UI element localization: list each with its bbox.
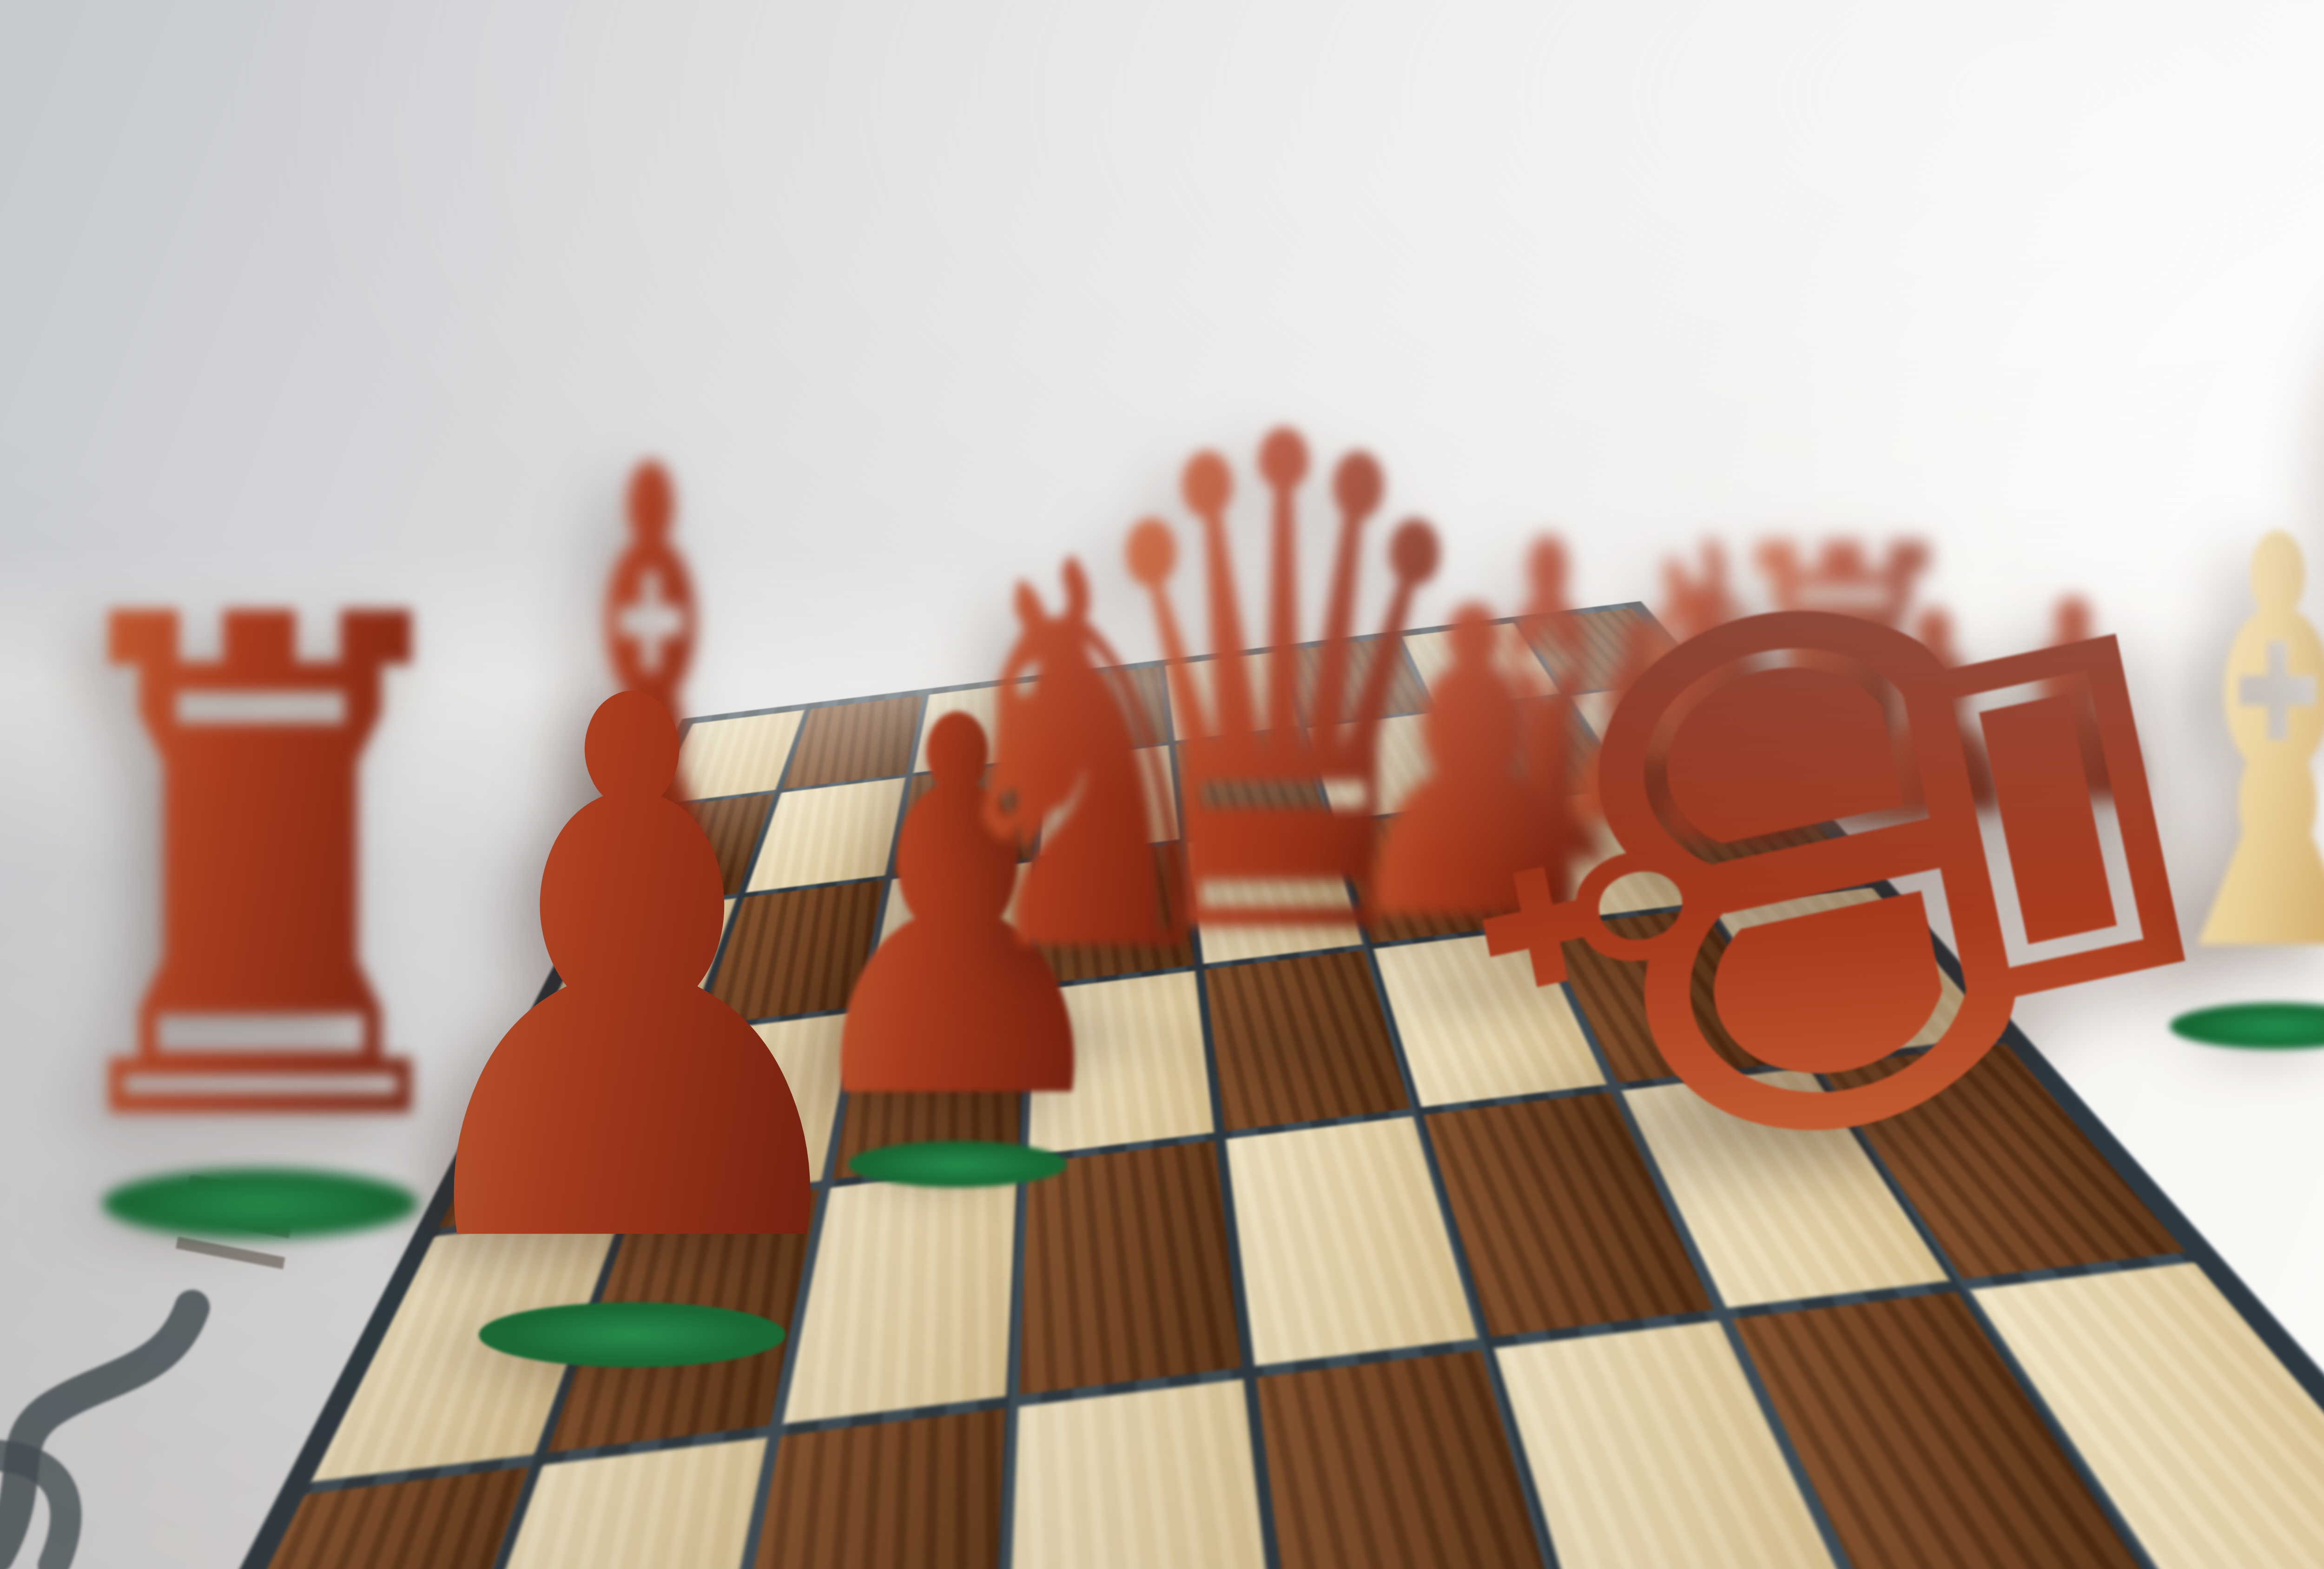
rook-glyph: ♜	[1706, 497, 1980, 878]
piece-red-bishop-far: ♝	[1325, 483, 1771, 930]
rook-glyph: ♜	[20, 530, 501, 1218]
pawn-glyph: ♟	[365, 604, 899, 1348]
piece-red-rook-near: ♜	[0, 530, 604, 1218]
piece-red-king-fallen: ♚	[1285, 313, 2324, 1416]
king-glyph: ♚	[2278, 0, 2324, 1097]
piece-red-knight-near: ♞	[816, 493, 1350, 1027]
piece-layer: ♜♝♟♟♞♛♟♝♟♞♜♟♟♚♝♚	[0, 0, 2324, 1569]
pawn-glyph: ♟	[1834, 576, 2033, 855]
piece-red-bishop-near: ♝	[367, 395, 934, 962]
knight-glyph: ♞	[925, 493, 1241, 1027]
piece-red-pawn-far-b: ♟	[1794, 576, 2073, 855]
piece-white-king: ♚	[1989, 0, 2324, 1097]
piece-red-queen: ♛	[941, 349, 1624, 1032]
bishop-glyph: ♝	[2125, 465, 2324, 1032]
pawn-glyph: ♟	[1324, 553, 1623, 981]
piece-red-rook-far: ♜	[1652, 497, 2033, 878]
piece-red-pawn-far-c: ♟	[1934, 565, 2212, 844]
pawn-glyph: ♟	[1973, 565, 2173, 844]
piece-red-pawn-mid: ♟	[1260, 553, 1687, 981]
queen-glyph: ♛	[1075, 349, 1491, 1032]
pawn-glyph: ♟	[782, 651, 1132, 1171]
piece-white-bishop: ♝	[1994, 465, 2324, 1032]
piece-red-pawn-second: ♟	[697, 651, 1218, 1171]
pawn-glyph: ♟	[1541, 586, 1741, 864]
piece-red-pawn-foreground: ♟	[260, 604, 1004, 1348]
piece-red-pawn-far-a: ♟	[1501, 586, 1780, 864]
photo-canvas: ♜♝♟♟♞♛♟♝♟♞♜♟♟♚♝♚	[0, 0, 2324, 1569]
king-glyph: ♚	[1312, 442, 2324, 1287]
bishop-glyph: ♝	[524, 395, 778, 962]
piece-red-knight-far: ♞	[1511, 488, 1929, 906]
bishop-glyph: ♝	[1438, 483, 1657, 930]
knight-glyph: ♞	[1592, 488, 1848, 906]
